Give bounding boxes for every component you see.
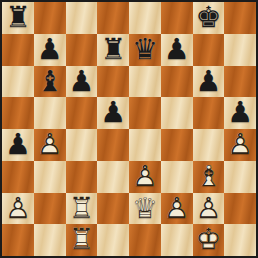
square-g5[interactable] [193,97,225,129]
square-g1[interactable]: ♚♔ [193,224,225,256]
square-f7[interactable]: ♟ [161,34,193,66]
piece-outline-layer: ♙ [129,161,161,193]
piece-white-pawn[interactable]: ♟♙ [34,129,66,161]
square-h3[interactable] [224,161,256,193]
piece-black-pawn[interactable]: ♟ [97,97,129,129]
square-e1[interactable] [129,224,161,256]
square-b6[interactable]: ♝ [34,66,66,98]
piece-white-rook[interactable]: ♜♖ [66,193,98,225]
piece-black-bishop[interactable]: ♝ [34,66,66,98]
square-f6[interactable] [161,66,193,98]
square-f8[interactable] [161,2,193,34]
square-a6[interactable] [2,66,34,98]
square-c1[interactable]: ♜♖ [66,224,98,256]
piece-white-rook[interactable]: ♜♖ [66,224,98,256]
piece-outline-layer: ♙ [2,193,34,225]
piece-white-pawn[interactable]: ♟♙ [224,129,256,161]
square-e4[interactable] [129,129,161,161]
square-h2[interactable] [224,193,256,225]
square-e2[interactable]: ♛♕ [129,193,161,225]
square-h7[interactable] [224,34,256,66]
square-g2[interactable]: ♟♙ [193,193,225,225]
square-h5[interactable]: ♟ [224,97,256,129]
square-d5[interactable]: ♟ [97,97,129,129]
piece-white-pawn[interactable]: ♟♙ [2,193,34,225]
square-b3[interactable] [34,161,66,193]
square-d2[interactable] [97,193,129,225]
square-f4[interactable] [161,129,193,161]
square-b4[interactable]: ♟♙ [34,129,66,161]
square-d6[interactable] [97,66,129,98]
square-g8[interactable]: ♚ [193,2,225,34]
square-c7[interactable] [66,34,98,66]
square-g6[interactable]: ♟ [193,66,225,98]
square-b2[interactable] [34,193,66,225]
square-a4[interactable]: ♟ [2,129,34,161]
piece-black-rook[interactable]: ♜ [2,2,34,34]
chess-board: ♜♚♟♜♛♟♝♟♟♟♟♟♟♙♟♙♟♙♝♗♟♙♜♖♛♕♟♙♟♙♜♖♚♔ [2,2,256,256]
piece-black-pawn[interactable]: ♟ [66,66,98,98]
square-b8[interactable] [34,2,66,34]
square-e5[interactable] [129,97,161,129]
square-a5[interactable] [2,97,34,129]
piece-black-queen[interactable]: ♛ [129,34,161,66]
square-c8[interactable] [66,2,98,34]
piece-white-pawn[interactable]: ♟♙ [161,193,193,225]
chess-board-frame: ♜♚♟♜♛♟♝♟♟♟♟♟♟♙♟♙♟♙♝♗♟♙♜♖♛♕♟♙♟♙♜♖♚♔ [0,0,258,258]
square-d1[interactable] [97,224,129,256]
piece-white-queen[interactable]: ♛♕ [129,193,161,225]
square-e3[interactable]: ♟♙ [129,161,161,193]
square-g3[interactable]: ♝♗ [193,161,225,193]
piece-black-pawn[interactable]: ♟ [161,34,193,66]
square-f1[interactable] [161,224,193,256]
square-c5[interactable] [66,97,98,129]
square-a7[interactable] [2,34,34,66]
square-c2[interactable]: ♜♖ [66,193,98,225]
piece-outline-layer: ♖ [66,193,98,225]
square-d4[interactable] [97,129,129,161]
piece-black-pawn[interactable]: ♟ [2,129,34,161]
piece-black-rook[interactable]: ♜ [97,34,129,66]
square-f3[interactable] [161,161,193,193]
piece-outline-layer: ♗ [193,161,225,193]
piece-white-king[interactable]: ♚♔ [193,224,225,256]
square-a1[interactable] [2,224,34,256]
square-g4[interactable] [193,129,225,161]
square-a3[interactable] [2,161,34,193]
square-e7[interactable]: ♛ [129,34,161,66]
square-b1[interactable] [34,224,66,256]
piece-black-pawn[interactable]: ♟ [34,34,66,66]
square-b5[interactable] [34,97,66,129]
square-b7[interactable]: ♟ [34,34,66,66]
square-h4[interactable]: ♟♙ [224,129,256,161]
square-h6[interactable] [224,66,256,98]
piece-outline-layer: ♙ [161,193,193,225]
square-c4[interactable] [66,129,98,161]
square-d7[interactable]: ♜ [97,34,129,66]
piece-white-bishop[interactable]: ♝♗ [193,161,225,193]
square-g7[interactable] [193,34,225,66]
square-e6[interactable] [129,66,161,98]
piece-outline-layer: ♖ [66,224,98,256]
piece-outline-layer: ♙ [193,193,225,225]
piece-outline-layer: ♙ [34,129,66,161]
square-h8[interactable] [224,2,256,34]
piece-outline-layer: ♔ [193,224,225,256]
piece-black-king[interactable]: ♚ [193,2,225,34]
square-a8[interactable]: ♜ [2,2,34,34]
piece-outline-layer: ♙ [224,129,256,161]
square-d8[interactable] [97,2,129,34]
piece-white-pawn[interactable]: ♟♙ [129,161,161,193]
square-d3[interactable] [97,161,129,193]
piece-outline-layer: ♕ [129,193,161,225]
piece-black-pawn[interactable]: ♟ [193,66,225,98]
piece-black-pawn[interactable]: ♟ [224,97,256,129]
square-c6[interactable]: ♟ [66,66,98,98]
square-h1[interactable] [224,224,256,256]
square-f5[interactable] [161,97,193,129]
piece-white-pawn[interactable]: ♟♙ [193,193,225,225]
square-e8[interactable] [129,2,161,34]
square-c3[interactable] [66,161,98,193]
square-a2[interactable]: ♟♙ [2,193,34,225]
square-f2[interactable]: ♟♙ [161,193,193,225]
